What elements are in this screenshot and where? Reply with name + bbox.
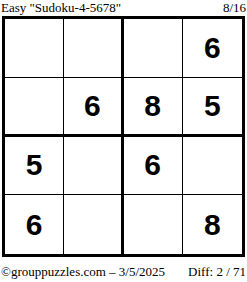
puzzle-title: Easy "Sudoku-4-5678" bbox=[1, 0, 121, 15]
cell-r1c2[interactable] bbox=[64, 19, 123, 78]
sudoku-board: 66855668 bbox=[2, 16, 245, 257]
cell-r3c2[interactable] bbox=[64, 137, 123, 196]
footer-row: ©grouppuzzles.com – 3/5/2025 Diff: 2 / 7… bbox=[1, 264, 246, 279]
cell-r3c3[interactable]: 6 bbox=[124, 137, 183, 196]
cell-r4c4[interactable]: 8 bbox=[183, 195, 242, 254]
cell-r1c4[interactable]: 6 bbox=[183, 19, 242, 78]
cell-r4c3[interactable] bbox=[124, 195, 183, 254]
title-row: Easy "Sudoku-4-5678" 8/16 bbox=[1, 0, 246, 15]
cell-r4c1[interactable]: 6 bbox=[5, 195, 64, 254]
cell-r4c2[interactable] bbox=[64, 195, 123, 254]
cell-r1c3[interactable] bbox=[124, 19, 183, 78]
cell-r2c1[interactable] bbox=[5, 78, 64, 137]
cell-r1c1[interactable] bbox=[5, 19, 64, 78]
cell-r2c3[interactable]: 8 bbox=[124, 78, 183, 137]
cell-r3c1[interactable]: 5 bbox=[5, 137, 64, 196]
givens-counter: 8/16 bbox=[223, 0, 246, 15]
difficulty-text: Diff: 2 / 71 bbox=[188, 264, 246, 279]
cell-r2c2[interactable]: 6 bbox=[64, 78, 123, 137]
cell-r3c4[interactable] bbox=[183, 137, 242, 196]
copyright-text: ©grouppuzzles.com – 3/5/2025 bbox=[1, 264, 165, 279]
cell-r2c4[interactable]: 5 bbox=[183, 78, 242, 137]
